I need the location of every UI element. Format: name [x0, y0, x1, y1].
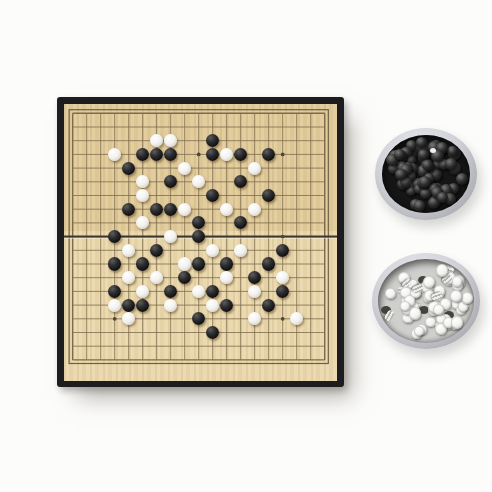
white-stone[interactable]	[206, 299, 219, 312]
black-stone-in-bowl[interactable]	[437, 192, 448, 203]
black-stone-in-bowl[interactable]	[394, 149, 405, 160]
black-stone-in-bowl[interactable]	[418, 149, 429, 160]
white-bowl-well	[378, 259, 474, 343]
black-stone-in-bowl[interactable]	[456, 173, 468, 185]
white-stone[interactable]	[108, 299, 121, 312]
black-bowl-well	[382, 135, 470, 213]
white-stone-in-bowl[interactable]	[436, 264, 448, 276]
product-photo	[0, 0, 492, 492]
black-stone[interactable]	[136, 299, 149, 312]
white-stone[interactable]	[178, 203, 191, 216]
white-stone[interactable]	[248, 203, 261, 216]
star-point	[113, 317, 117, 321]
white-stone[interactable]	[248, 162, 261, 175]
white-stone[interactable]	[164, 299, 177, 312]
black-stone-bowl[interactable]	[375, 128, 477, 220]
black-stone-in-bowl[interactable]	[416, 137, 427, 148]
black-stone[interactable]	[122, 162, 135, 175]
black-stone[interactable]	[262, 299, 275, 312]
black-stone[interactable]	[108, 257, 121, 270]
white-stone-in-bowl[interactable]	[414, 326, 424, 336]
black-stone[interactable]	[164, 203, 177, 216]
star-point	[281, 235, 285, 239]
black-stone-in-bowl[interactable]	[447, 146, 457, 156]
black-stone-in-bowl[interactable]	[414, 200, 426, 212]
star-point	[281, 153, 285, 157]
black-stone[interactable]	[136, 257, 149, 270]
white-stone[interactable]	[178, 162, 191, 175]
black-stone[interactable]	[192, 257, 205, 270]
black-stone-in-bowl[interactable]	[445, 158, 457, 170]
go-board-frame	[57, 97, 344, 387]
black-stone[interactable]	[122, 203, 135, 216]
white-stone-in-bowl[interactable]	[452, 276, 462, 286]
black-stone[interactable]	[262, 257, 275, 270]
black-stone[interactable]	[150, 203, 163, 216]
white-stone[interactable]	[178, 257, 191, 270]
white-stone-in-bowl[interactable]	[450, 290, 462, 302]
white-stone-in-bowl[interactable]	[433, 304, 444, 315]
star-point	[281, 317, 285, 321]
black-stone[interactable]	[122, 299, 135, 312]
go-board-surface[interactable]	[64, 104, 337, 381]
white-stone-in-bowl[interactable]	[461, 292, 473, 304]
black-stone[interactable]	[220, 257, 233, 270]
white-stone-in-bowl[interactable]	[400, 301, 410, 311]
white-stone-in-bowl[interactable]	[409, 307, 422, 320]
white-stone-in-bowl[interactable]	[451, 316, 463, 328]
white-stone-in-bowl[interactable]	[385, 288, 396, 299]
star-point	[197, 153, 201, 157]
reflection-glint	[430, 148, 436, 153]
black-stone[interactable]	[220, 299, 233, 312]
white-stone[interactable]	[220, 203, 233, 216]
white-stone-bowl[interactable]	[372, 253, 480, 349]
